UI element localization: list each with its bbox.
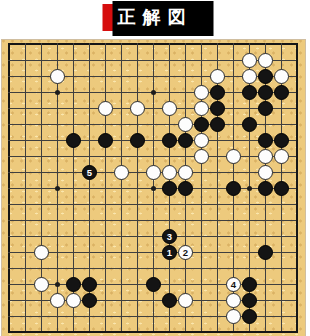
black-stone: 5: [82, 165, 97, 180]
black-stone: [258, 101, 273, 116]
white-stone: [178, 165, 193, 180]
grid-line-vertical: [296, 43, 298, 333]
white-stone: [258, 53, 273, 68]
title-banner: 正解図: [103, 4, 208, 31]
white-stone: [162, 165, 177, 180]
white-stone: [242, 53, 257, 68]
star-point: [55, 90, 60, 95]
white-stone: [258, 149, 273, 164]
black-stone: [242, 85, 257, 100]
white-stone: [274, 69, 289, 84]
white-stone: [66, 293, 81, 308]
black-stone: [82, 277, 97, 292]
white-stone: 2: [178, 245, 193, 260]
white-stone: [226, 309, 241, 324]
star-point: [55, 186, 60, 191]
black-stone: [98, 133, 113, 148]
black-stone: [210, 85, 225, 100]
black-stone: [274, 181, 289, 196]
white-stone: [162, 101, 177, 116]
black-stone: [258, 245, 273, 260]
black-stone: [66, 277, 81, 292]
black-stone: [178, 181, 193, 196]
black-stone: [242, 309, 257, 324]
white-stone: [130, 101, 145, 116]
white-stone: [34, 277, 49, 292]
white-stone: [178, 293, 193, 308]
grid-line-horizontal: [8, 204, 298, 205]
star-point: [151, 186, 156, 191]
black-stone: [210, 117, 225, 132]
white-stone: [274, 149, 289, 164]
black-stone: [226, 181, 241, 196]
move-number: 2: [179, 246, 192, 259]
black-stone: [242, 117, 257, 132]
white-stone: [194, 133, 209, 148]
star-point: [247, 186, 252, 191]
white-stone: [178, 117, 193, 132]
grid-line-horizontal: [8, 236, 298, 237]
grid-line-horizontal: [8, 252, 298, 253]
white-stone: [146, 165, 161, 180]
white-stone: [242, 69, 257, 84]
white-stone: [194, 149, 209, 164]
black-stone: 1: [162, 245, 177, 260]
black-stone: [162, 293, 177, 308]
black-stone: [146, 277, 161, 292]
white-stone: [34, 245, 49, 260]
move-number: 1: [163, 246, 176, 259]
white-stone: [114, 165, 129, 180]
black-stone: [130, 133, 145, 148]
black-stone: [210, 101, 225, 116]
black-stone: [258, 181, 273, 196]
black-stone: [258, 69, 273, 84]
black-stone: [258, 133, 273, 148]
black-stone: [178, 133, 193, 148]
star-point: [55, 282, 60, 287]
black-stone: [274, 85, 289, 100]
white-stone: 4: [226, 277, 241, 292]
white-stone: [226, 149, 241, 164]
grid-line-horizontal: [8, 220, 298, 221]
black-stone: [162, 181, 177, 196]
black-stone: [66, 133, 81, 148]
white-stone: [50, 293, 65, 308]
black-stone: [274, 133, 289, 148]
black-stone: [242, 293, 257, 308]
white-stone: [50, 69, 65, 84]
black-stone: [258, 85, 273, 100]
go-board: 53124: [2, 40, 305, 336]
black-stone: [242, 277, 257, 292]
white-stone: [226, 293, 241, 308]
black-stone: [82, 293, 97, 308]
white-stone: [210, 69, 225, 84]
white-stone: [194, 85, 209, 100]
page-title: 正解図: [118, 7, 193, 27]
grid-line-horizontal: [8, 268, 298, 269]
black-stone: 3: [162, 229, 177, 244]
white-stone: [194, 101, 209, 116]
move-number: 5: [83, 166, 96, 179]
move-number: 4: [227, 278, 240, 291]
black-stone: [162, 133, 177, 148]
white-stone: [98, 101, 113, 116]
white-stone: [258, 165, 273, 180]
star-point: [151, 90, 156, 95]
black-stone: [194, 117, 209, 132]
grid-line-horizontal: [8, 331, 298, 333]
move-number: 3: [163, 230, 176, 243]
